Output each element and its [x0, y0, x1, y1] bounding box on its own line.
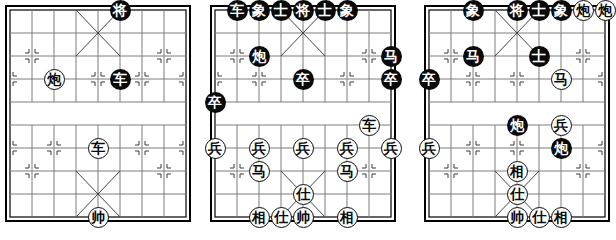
board1-point-f0-r2: [0, 45, 21, 68]
piece-red-cannon[interactable]: 炮: [44, 69, 65, 90]
board1-point-f8-r9: [175, 206, 197, 229]
piece-red-soldier[interactable]: 兵: [551, 115, 572, 136]
board1-point-f4-r5: [87, 114, 109, 137]
board1-point-f7-r1: [153, 22, 175, 45]
board2-point-f3-r9[interactable]: 仕: [270, 206, 292, 229]
board-points-2: 车象士将士象炮马卒卒卒车兵兵兵兵兵马马仕相仕帅相: [204, 0, 402, 229]
board2-point-f0-r6[interactable]: 兵: [204, 137, 226, 160]
board2-point-f4-r8[interactable]: 仕: [292, 183, 314, 206]
piece-red-advisor[interactable]: 仕: [529, 207, 550, 228]
board2-point-f3-r8: [270, 183, 292, 206]
board3-point-f8-r9: [594, 206, 616, 229]
board3-point-f6-r1: [550, 22, 572, 45]
board2-point-f1-r4: [226, 91, 248, 114]
board2-point-f0-r9: [204, 206, 226, 229]
board3-point-f7-r9: [572, 206, 594, 229]
board3-point-f4-r2: [506, 45, 528, 68]
board2-point-f7-r6: [358, 137, 380, 160]
piece-black-cannon[interactable]: 炮: [507, 115, 528, 136]
board2-point-f4-r4: [292, 91, 314, 114]
board3-point-f1-r0: [440, 0, 462, 22]
board2-point-f6-r9[interactable]: 相: [336, 206, 358, 229]
board3-point-f1-r4: [440, 91, 462, 114]
board2-point-f0-r5: [204, 114, 226, 137]
board1-point-f8-r1: [175, 22, 197, 45]
board3-point-f3-r9: [484, 206, 506, 229]
board3-point-f7-r5: [572, 114, 594, 137]
board1-point-f3-r6: [65, 137, 87, 160]
board3-point-f3-r4: [484, 91, 506, 114]
xiangqi-board-2: 车象士将士象炮马卒卒卒车兵兵兵兵兵马马仕相仕帅相: [215, 10, 391, 217]
board1-point-f6-r9: [131, 206, 153, 229]
board3-point-f4-r7[interactable]: 相: [506, 160, 528, 183]
board3-point-f4-r5[interactable]: 炮: [506, 114, 528, 137]
board1-point-f7-r2: [153, 45, 175, 68]
board3-point-f1-r7: [440, 160, 462, 183]
board3-point-f5-r7: [528, 160, 550, 183]
piece-red-horse[interactable]: 马: [249, 161, 270, 182]
board3-point-f8-r2: [594, 45, 616, 68]
board1-point-f5-r2: [109, 45, 131, 68]
board2-point-f1-r2: [226, 45, 248, 68]
board2-point-f6-r2: [336, 45, 358, 68]
board3-point-f0-r3[interactable]: 卒: [418, 68, 440, 91]
board3-point-f1-r3: [440, 68, 462, 91]
board3-point-f7-r4: [572, 91, 594, 114]
board1-point-f3-r0: [65, 0, 87, 22]
board3-point-f2-r2[interactable]: 马: [462, 45, 484, 68]
piece-black-advisor[interactable]: 士: [529, 0, 550, 21]
board1-point-f1-r0: [21, 0, 43, 22]
board1-point-f1-r2: [21, 45, 43, 68]
board1-point-f5-r1: [109, 22, 131, 45]
board2-point-f2-r6[interactable]: 兵: [248, 137, 270, 160]
board2-point-f1-r3: [226, 68, 248, 91]
board3-point-f7-r3: [572, 68, 594, 91]
board1-point-f0-r1: [0, 22, 21, 45]
piece-black-general[interactable]: 将: [507, 0, 528, 21]
piece-black-horse[interactable]: 马: [381, 46, 402, 67]
board1-point-f2-r9: [43, 206, 65, 229]
board2-point-f2-r5: [248, 114, 270, 137]
board3-point-f0-r7: [418, 160, 440, 183]
board1-point-f3-r3: [65, 68, 87, 91]
board2-point-f4-r2: [292, 45, 314, 68]
board1-point-f5-r3[interactable]: 车: [109, 68, 131, 91]
piece-black-advisor[interactable]: 士: [315, 0, 336, 21]
board1-point-f0-r0: [0, 0, 21, 22]
board3-point-f0-r0: [418, 0, 440, 22]
board2-point-f1-r1: [226, 22, 248, 45]
board1-point-f6-r7: [131, 160, 153, 183]
piece-red-horse[interactable]: 马: [551, 69, 572, 90]
board2-point-f1-r9: [226, 206, 248, 229]
piece-red-advisor[interactable]: 仕: [507, 184, 528, 205]
board2-point-f6-r1: [336, 22, 358, 45]
board2-point-f0-r2: [204, 45, 226, 68]
board3-point-f3-r3: [484, 68, 506, 91]
piece-black-chariot[interactable]: 车: [227, 0, 248, 21]
board2-point-f5-r5: [314, 114, 336, 137]
board3-point-f7-r7: [572, 160, 594, 183]
board3-point-f0-r2: [418, 45, 440, 68]
board3-point-f6-r5[interactable]: 兵: [550, 114, 572, 137]
board2-point-f5-r4: [314, 91, 336, 114]
board1-point-f8-r0: [175, 0, 197, 22]
piece-black-general[interactable]: 将: [293, 0, 314, 21]
board2-point-f1-r8: [226, 183, 248, 206]
board1-point-f3-r4: [65, 91, 87, 114]
board2-point-f8-r6[interactable]: 兵: [380, 137, 402, 160]
piece-black-elephant[interactable]: 象: [249, 0, 270, 21]
board3-point-f3-r2: [484, 45, 506, 68]
board3-point-f7-r2: [572, 45, 594, 68]
board1-point-f8-r3: [175, 68, 197, 91]
board3-point-f2-r8: [462, 183, 484, 206]
board1-point-f2-r5: [43, 114, 65, 137]
board2-point-f3-r3: [270, 68, 292, 91]
board1-point-f3-r1: [65, 22, 87, 45]
board1-point-f6-r1: [131, 22, 153, 45]
board3-point-f4-r1: [506, 22, 528, 45]
board1-point-f8-r5: [175, 114, 197, 137]
board2-point-f8-r8: [380, 183, 402, 206]
piece-black-cannon[interactable]: 炮: [249, 46, 270, 67]
board2-point-f6-r6[interactable]: 兵: [336, 137, 358, 160]
board2-point-f7-r2: [358, 45, 380, 68]
board3-point-f1-r1: [440, 22, 462, 45]
board2-point-f1-r5: [226, 114, 248, 137]
board2-point-f2-r4: [248, 91, 270, 114]
piece-black-soldier[interactable]: 卒: [205, 92, 226, 113]
board3-point-f4-r8[interactable]: 仕: [506, 183, 528, 206]
board2-point-f8-r4: [380, 91, 402, 114]
board1-point-f3-r2: [65, 45, 87, 68]
board2-point-f7-r7: [358, 160, 380, 183]
board1-point-f4-r9[interactable]: 帅: [87, 206, 109, 229]
board1-point-f8-r6: [175, 137, 197, 160]
board1-point-f0-r8: [0, 183, 21, 206]
board1-point-f0-r6: [0, 137, 21, 160]
piece-red-general[interactable]: 帅: [88, 207, 109, 228]
board1-point-f4-r7: [87, 160, 109, 183]
board1-point-f6-r8: [131, 183, 153, 206]
piece-red-soldier[interactable]: 兵: [249, 138, 270, 159]
piece-black-soldier[interactable]: 卒: [381, 69, 402, 90]
piece-red-general[interactable]: 帅: [507, 207, 528, 228]
board2-point-f1-r6: [226, 137, 248, 160]
board2-point-f6-r4: [336, 91, 358, 114]
board2-point-f7-r0: [358, 0, 380, 22]
piece-red-soldier[interactable]: 兵: [205, 138, 226, 159]
xiangqi-board-1: 将炮车车帅: [10, 10, 186, 217]
board3-point-f7-r0[interactable]: 炮: [572, 0, 594, 22]
board3-point-f5-r5: [528, 114, 550, 137]
board3-point-f4-r3: [506, 68, 528, 91]
board2-point-f4-r0[interactable]: 将: [292, 0, 314, 22]
board1-point-f0-r7: [0, 160, 21, 183]
board2-point-f5-r9: [314, 206, 336, 229]
board3-point-f0-r4: [418, 91, 440, 114]
board1-point-f1-r7: [21, 160, 43, 183]
board1-point-f1-r4: [21, 91, 43, 114]
board2-point-f2-r7[interactable]: 马: [248, 160, 270, 183]
board3-point-f1-r6: [440, 137, 462, 160]
board3-point-f3-r6: [484, 137, 506, 160]
board2-point-f5-r2: [314, 45, 336, 68]
board-points-3: 象将士象炮炮马士卒马炮兵兵炮相仕帅仕相: [418, 0, 616, 229]
board1-point-f5-r9: [109, 206, 131, 229]
board1-point-f5-r0[interactable]: 将: [109, 0, 131, 22]
board2-point-f4-r5: [292, 114, 314, 137]
piece-red-chariot[interactable]: 车: [88, 138, 109, 159]
board1-point-f4-r4: [87, 91, 109, 114]
board1-point-f8-r4: [175, 91, 197, 114]
board2-point-f0-r7: [204, 160, 226, 183]
piece-black-elephant[interactable]: 象: [551, 0, 572, 21]
board3-point-f1-r9: [440, 206, 462, 229]
board1-point-f5-r5: [109, 114, 131, 137]
board1-point-f0-r4: [0, 91, 21, 114]
board2-point-f3-r0[interactable]: 士: [270, 0, 292, 22]
board2-point-f6-r7[interactable]: 马: [336, 160, 358, 183]
board2-point-f2-r0[interactable]: 象: [248, 0, 270, 22]
board3-point-f6-r4: [550, 91, 572, 114]
board2-point-f3-r6: [270, 137, 292, 160]
board3-point-f2-r5: [462, 114, 484, 137]
piece-red-elephant[interactable]: 相: [551, 207, 572, 228]
board2-point-f8-r2[interactable]: 马: [380, 45, 402, 68]
board2-point-f2-r8: [248, 183, 270, 206]
board1-point-f2-r8: [43, 183, 65, 206]
board3-point-f5-r0[interactable]: 士: [528, 0, 550, 22]
board1-point-f7-r4: [153, 91, 175, 114]
board1-point-f6-r6: [131, 137, 153, 160]
board3-point-f1-r2: [440, 45, 462, 68]
board2-point-f8-r1: [380, 22, 402, 45]
board3-point-f0-r1: [418, 22, 440, 45]
board2-point-f5-r1: [314, 22, 336, 45]
piece-red-chariot[interactable]: 车: [359, 115, 380, 136]
board3-point-f2-r9: [462, 206, 484, 229]
piece-black-cannon[interactable]: 炮: [551, 138, 572, 159]
piece-black-soldier[interactable]: 卒: [419, 69, 440, 90]
board2-point-f2-r2[interactable]: 炮: [248, 45, 270, 68]
board1-point-f8-r8: [175, 183, 197, 206]
board2-point-f0-r3: [204, 68, 226, 91]
board1-point-f2-r7: [43, 160, 65, 183]
board1-point-f5-r8: [109, 183, 131, 206]
board2-point-f0-r0: [204, 0, 226, 22]
board2-point-f3-r7: [270, 160, 292, 183]
board2-point-f7-r9: [358, 206, 380, 229]
board3-point-f5-r8: [528, 183, 550, 206]
board2-point-f7-r3: [358, 68, 380, 91]
board3-point-f7-r8: [572, 183, 594, 206]
board3-point-f3-r8: [484, 183, 506, 206]
board2-point-f3-r2: [270, 45, 292, 68]
board1-point-f1-r8: [21, 183, 43, 206]
piece-red-horse[interactable]: 马: [337, 161, 358, 182]
board2-point-f8-r9: [380, 206, 402, 229]
piece-red-cannon[interactable]: 炮: [595, 0, 616, 21]
board1-point-f3-r8: [65, 183, 87, 206]
piece-black-advisor[interactable]: 士: [271, 0, 292, 21]
piece-black-general[interactable]: 将: [110, 0, 131, 21]
board2-point-f3-r1: [270, 22, 292, 45]
board3-point-f2-r1: [462, 22, 484, 45]
board3-point-f3-r1: [484, 22, 506, 45]
board3-point-f5-r2[interactable]: 士: [528, 45, 550, 68]
board3-point-f0-r5: [418, 114, 440, 137]
board1-point-f6-r4: [131, 91, 153, 114]
piece-red-advisor[interactable]: 仕: [293, 184, 314, 205]
piece-black-soldier[interactable]: 卒: [293, 69, 314, 90]
board3-point-f8-r4: [594, 91, 616, 114]
board2-point-f4-r7: [292, 160, 314, 183]
board3-point-f4-r9[interactable]: 帅: [506, 206, 528, 229]
board2-point-f5-r0[interactable]: 士: [314, 0, 336, 22]
board1-point-f3-r7: [65, 160, 87, 183]
piece-red-general[interactable]: 帅: [293, 207, 314, 228]
board2-point-f3-r4: [270, 91, 292, 114]
board2-point-f8-r5: [380, 114, 402, 137]
xiangqi-board-3: 象将士象炮炮马士卒马炮兵兵炮相仕帅仕相: [429, 10, 605, 217]
piece-red-advisor[interactable]: 仕: [271, 207, 292, 228]
board3-point-f6-r8: [550, 183, 572, 206]
board3-point-f0-r6[interactable]: 兵: [418, 137, 440, 160]
board2-point-f6-r0[interactable]: 象: [336, 0, 358, 22]
board1-point-f5-r6: [109, 137, 131, 160]
board3-point-f8-r6: [594, 137, 616, 160]
board1-point-f7-r7: [153, 160, 175, 183]
board2-point-f8-r0: [380, 0, 402, 22]
board2-point-f4-r3[interactable]: 卒: [292, 68, 314, 91]
board1-point-f1-r6: [21, 137, 43, 160]
board2-point-f7-r4: [358, 91, 380, 114]
board1-point-f2-r3[interactable]: 炮: [43, 68, 65, 91]
piece-red-soldier[interactable]: 兵: [337, 138, 358, 159]
board1-point-f1-r3: [21, 68, 43, 91]
board1-point-f6-r3: [131, 68, 153, 91]
board3-point-f2-r6: [462, 137, 484, 160]
piece-black-elephant[interactable]: 象: [337, 0, 358, 21]
board2-point-f2-r1: [248, 22, 270, 45]
board1-point-f6-r5: [131, 114, 153, 137]
board3-point-f4-r6: [506, 137, 528, 160]
board1-point-f4-r6[interactable]: 车: [87, 137, 109, 160]
board2-point-f4-r1: [292, 22, 314, 45]
board2-point-f2-r9[interactable]: 相: [248, 206, 270, 229]
board3-point-f2-r0[interactable]: 象: [462, 0, 484, 22]
board1-point-f5-r4: [109, 91, 131, 114]
board3-point-f7-r6: [572, 137, 594, 160]
board1-point-f4-r1: [87, 22, 109, 45]
board1-point-f3-r5: [65, 114, 87, 137]
board2-point-f6-r5: [336, 114, 358, 137]
piece-red-elephant[interactable]: 相: [337, 207, 358, 228]
board2-point-f4-r6[interactable]: 兵: [292, 137, 314, 160]
board2-point-f8-r7: [380, 160, 402, 183]
board3-point-f1-r5: [440, 114, 462, 137]
board1-point-f0-r3: [0, 68, 21, 91]
board2-point-f4-r9[interactable]: 帅: [292, 206, 314, 229]
board3-point-f0-r8: [418, 183, 440, 206]
board3-point-f6-r9[interactable]: 相: [550, 206, 572, 229]
piece-black-elephant[interactable]: 象: [463, 0, 484, 21]
board3-point-f3-r5: [484, 114, 506, 137]
board2-point-f2-r3: [248, 68, 270, 91]
board2-point-f3-r5: [270, 114, 292, 137]
board3-point-f6-r3[interactable]: 马: [550, 68, 572, 91]
board1-point-f8-r2: [175, 45, 197, 68]
board1-point-f0-r9: [0, 206, 21, 229]
piece-red-elephant[interactable]: 相: [507, 161, 528, 182]
board3-point-f2-r4: [462, 91, 484, 114]
board2-point-f0-r4[interactable]: 卒: [204, 91, 226, 114]
board3-point-f3-r0: [484, 0, 506, 22]
board3-point-f3-r7: [484, 160, 506, 183]
board1-point-f1-r1: [21, 22, 43, 45]
board3-point-f6-r0[interactable]: 象: [550, 0, 572, 22]
piece-black-chariot[interactable]: 车: [110, 69, 131, 90]
board3-point-f0-r9: [418, 206, 440, 229]
board1-point-f7-r3: [153, 68, 175, 91]
board2-point-f5-r7: [314, 160, 336, 183]
board2-point-f1-r0[interactable]: 车: [226, 0, 248, 22]
board3-point-f5-r4: [528, 91, 550, 114]
board1-point-f2-r2: [43, 45, 65, 68]
board1-point-f2-r6: [43, 137, 65, 160]
piece-red-soldier[interactable]: 兵: [381, 138, 402, 159]
board2-point-f6-r8: [336, 183, 358, 206]
piece-red-elephant[interactable]: 相: [249, 207, 270, 228]
board3-point-f5-r9[interactable]: 仕: [528, 206, 550, 229]
board2-point-f8-r3[interactable]: 卒: [380, 68, 402, 91]
board1-point-f7-r0: [153, 0, 175, 22]
board1-point-f4-r0: [87, 0, 109, 22]
piece-red-soldier[interactable]: 兵: [293, 138, 314, 159]
piece-black-horse[interactable]: 马: [463, 46, 484, 67]
board2-point-f0-r8: [204, 183, 226, 206]
board3-point-f8-r0[interactable]: 炮: [594, 0, 616, 22]
xiangqi-diagram-strip: 将炮车车帅 车象士将士象炮马卒卒卒车兵兵兵兵兵马马仕相仕帅相 象将士象炮炮马士卒…: [0, 0, 616, 240]
piece-red-cannon[interactable]: 炮: [573, 0, 594, 21]
board3-point-f4-r0[interactable]: 将: [506, 0, 528, 22]
board1-point-f6-r0: [131, 0, 153, 22]
board2-point-f7-r8: [358, 183, 380, 206]
board1-point-f7-r6: [153, 137, 175, 160]
board2-point-f1-r7: [226, 160, 248, 183]
board3-point-f6-r6[interactable]: 炮: [550, 137, 572, 160]
board1-point-f8-r7: [175, 160, 197, 183]
board3-point-f5-r6: [528, 137, 550, 160]
piece-red-soldier[interactable]: 兵: [419, 138, 440, 159]
board1-point-f2-r4: [43, 91, 65, 114]
board3-point-f5-r3: [528, 68, 550, 91]
board1-point-f7-r5: [153, 114, 175, 137]
piece-black-advisor[interactable]: 士: [529, 46, 550, 67]
board2-point-f7-r5[interactable]: 车: [358, 114, 380, 137]
board3-point-f6-r2: [550, 45, 572, 68]
board3-point-f6-r7: [550, 160, 572, 183]
board1-point-f6-r2: [131, 45, 153, 68]
board3-point-f8-r3: [594, 68, 616, 91]
board3-point-f8-r5: [594, 114, 616, 137]
board1-point-f2-r0: [43, 0, 65, 22]
board3-point-f8-r1: [594, 22, 616, 45]
board3-point-f2-r7: [462, 160, 484, 183]
